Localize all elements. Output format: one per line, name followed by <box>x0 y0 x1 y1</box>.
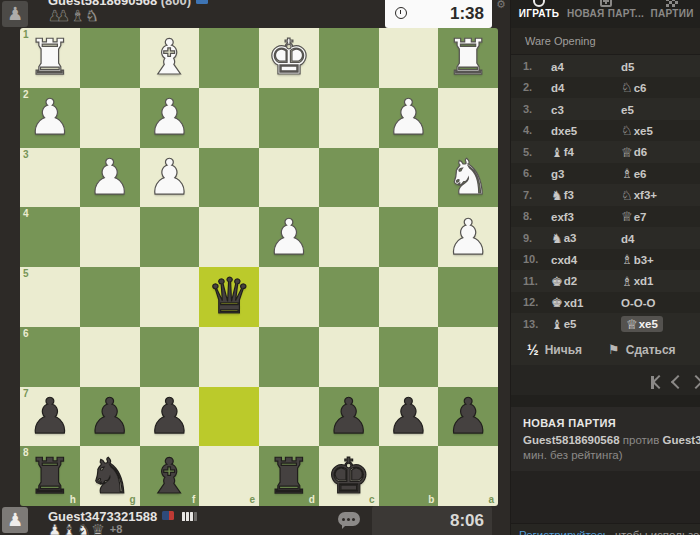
black-queen-e5[interactable]: ♛ <box>199 267 259 327</box>
move-10-black[interactable]: ♗b3+ <box>621 253 654 266</box>
move-text: c6 <box>634 82 647 94</box>
black-pawn-c7[interactable]: ♟ <box>319 387 379 447</box>
games-grid-icon <box>666 0 678 5</box>
square-f7[interactable]: ♟ <box>140 387 200 447</box>
square-b2[interactable]: ♟ <box>379 88 439 148</box>
move-text: a4 <box>551 61 564 73</box>
square-a8[interactable]: a <box>438 446 498 506</box>
square-g7[interactable]: ♟ <box>80 387 140 447</box>
move-text: exf3 <box>551 211 574 223</box>
move-text: cxd4 <box>551 254 577 266</box>
game-actions: ½ Ничья ⚑ Сдаться <box>511 335 700 365</box>
move-row-10: 10.cxd4♗b3+ <box>511 249 700 271</box>
draw-button[interactable]: ½ Ничья <box>527 342 582 358</box>
move-row-5: 5.♝f4♕d6 <box>511 141 700 163</box>
white-pawn-h2[interactable]: ♟ <box>20 88 80 148</box>
move-number: 5. <box>523 146 551 158</box>
square-d1[interactable]: ♚ <box>259 28 319 88</box>
move-1-black[interactable]: d5 <box>621 61 634 73</box>
white-bishop-icon: ♝ <box>551 146 563 159</box>
rank-label-3: 3 <box>23 149 29 160</box>
move-row-2: 2.d4♘c6 <box>511 77 700 99</box>
move-text: d2 <box>564 275 577 287</box>
black-pawn-a7[interactable]: ♟ <box>438 387 498 447</box>
move-9-black[interactable]: d4 <box>621 233 634 245</box>
square-e7[interactable] <box>199 387 259 447</box>
resign-button[interactable]: ⚑ Сдаться <box>608 342 676 357</box>
move-10-white[interactable]: cxd4 <box>551 254 577 266</box>
square-b5[interactable] <box>379 267 439 327</box>
square-a4[interactable]: ♟ <box>438 207 498 267</box>
white-pawn-g3[interactable]: ♟ <box>80 148 140 208</box>
move-text: xd1 <box>634 275 654 287</box>
black-queen-icon: ♕ <box>621 210 633 223</box>
square-a7[interactable]: ♟ <box>438 387 498 447</box>
move-11-white[interactable]: ♚d2 <box>551 275 577 288</box>
chat-signup-row: Регистрируйтесь , чтобы использовать чат <box>511 523 700 535</box>
move-6-black[interactable]: ♗e6 <box>621 167 646 180</box>
white-pawn-a4[interactable]: ♟ <box>438 207 498 267</box>
move-6-white[interactable]: g3 <box>551 168 564 180</box>
white-pawn-f3[interactable]: ♟ <box>140 148 200 208</box>
white-king-icon: ♚ <box>551 296 563 309</box>
black-bishop-f8[interactable]: ♝ <box>140 446 200 506</box>
square-b1[interactable] <box>379 28 439 88</box>
divider <box>511 395 700 407</box>
move-text: d4 <box>621 233 634 245</box>
move-number: 7. <box>523 189 551 201</box>
square-e2[interactable] <box>199 88 259 148</box>
signal-bars-icon <box>182 509 198 524</box>
move-7-white[interactable]: ♞f3 <box>551 189 574 202</box>
new-game-plus-icon <box>600 0 612 5</box>
square-c7[interactable]: ♟ <box>319 387 379 447</box>
draw-half-icon: ½ <box>527 342 539 358</box>
tab-play[interactable]: ИГРАТЬ <box>511 0 567 28</box>
white-rook-h1[interactable]: ♜ <box>20 28 80 88</box>
captured-by-black: ♟♝♞♛+8 <box>48 523 122 535</box>
captured-pawn-icon: ♟ <box>56 7 69 25</box>
square-e3[interactable] <box>199 148 259 208</box>
captured-by-white: ♟♟♝♞ <box>48 9 100 24</box>
square-b4[interactable] <box>379 207 439 267</box>
move-number: 13. <box>523 318 551 330</box>
move-text: dxe5 <box>551 125 577 137</box>
square-h1[interactable]: 1♜ <box>20 28 80 88</box>
black-clock: 8:06 <box>372 506 492 535</box>
move-text: xd1 <box>564 297 584 309</box>
register-link[interactable]: Регистрируйтесь <box>519 529 609 535</box>
move-navigation <box>511 365 700 395</box>
move-13-white[interactable]: ♝e5 <box>551 318 576 331</box>
black-pawn-g7[interactable]: ♟ <box>80 387 140 447</box>
white-knight-icon: ♞ <box>551 232 563 245</box>
move-7-black[interactable]: ♘xf3+ <box>621 189 657 202</box>
move-13-black[interactable]: ♕xe5 <box>621 316 663 332</box>
move-3-black[interactable]: e5 <box>621 104 634 116</box>
white-rook-a1[interactable]: ♜ <box>438 28 498 88</box>
opponent-avatar[interactable]: ♟ <box>2 1 28 27</box>
square-g4[interactable] <box>80 207 140 267</box>
black-rook-h8[interactable]: ♜ <box>20 446 80 506</box>
white-king-d1[interactable]: ♚ <box>259 28 319 88</box>
move-row-9: 9.♞a3d4 <box>511 227 700 249</box>
move-text: O-O-O <box>621 297 656 309</box>
move-text: xe5 <box>634 125 653 137</box>
white-knight-a3[interactable]: ♞ <box>438 148 498 208</box>
square-b3[interactable] <box>379 148 439 208</box>
chess-game-page: { "game": "chess", "position": "2kr1bnr/… <box>0 0 700 535</box>
white-pawn-b2[interactable]: ♟ <box>379 88 439 148</box>
move-text: e6 <box>634 168 647 180</box>
move-5-black[interactable]: ♕d6 <box>621 146 647 159</box>
move-row-4: 4.dxe5♘xe5 <box>511 120 700 142</box>
move-number: 3. <box>523 103 551 115</box>
move-5-white[interactable]: ♝f4 <box>551 146 574 159</box>
square-d7[interactable] <box>259 387 319 447</box>
move-9-white[interactable]: ♞a3 <box>551 232 576 245</box>
white-bishop-f1[interactable]: ♝ <box>140 28 200 88</box>
square-e1[interactable] <box>199 28 259 88</box>
black-pawn-h7[interactable]: ♟ <box>20 387 80 447</box>
move-row-13: 13.♝e5♕xe5 <box>511 313 700 335</box>
square-a1[interactable]: ♜ <box>438 28 498 88</box>
square-g3[interactable]: ♟ <box>80 148 140 208</box>
move-8-black[interactable]: ♕e7 <box>621 210 646 223</box>
move-text: b3+ <box>634 254 654 266</box>
chat-bubble-icon[interactable] <box>338 512 360 526</box>
move-text: xe5 <box>639 318 658 330</box>
resign-flag-icon: ⚑ <box>608 342 620 357</box>
square-h4[interactable]: 4 <box>20 207 80 267</box>
square-d2[interactable] <box>259 88 319 148</box>
move-text: d4 <box>551 82 564 94</box>
new-game-time-control: мин. без рейтинга) <box>523 449 700 461</box>
move-row-6: 6.g3♗e6 <box>511 163 700 185</box>
square-f8[interactable]: f♝ <box>140 446 200 506</box>
move-text: xf3+ <box>634 189 657 201</box>
file-label-a: a <box>488 494 494 505</box>
player-bar: ♟ Guest3473321588 ♟♝♞♛+8 8:06 <box>0 506 510 535</box>
rank-label-4: 4 <box>23 208 29 219</box>
square-h8[interactable]: 8h♜ <box>20 446 80 506</box>
clock-icon <box>395 7 407 19</box>
square-c8[interactable]: c♚ <box>319 446 379 506</box>
captured-knight-icon: ♞ <box>85 7 98 25</box>
rank-label-6: 6 <box>23 328 29 339</box>
opponent-player-bar: ♟ Guest5818690568 (800) ♟♟♝♞ 1:38 ⚙ <box>0 0 510 28</box>
move-row-3: 3.c3e5 <box>511 98 700 120</box>
square-f6[interactable] <box>140 327 200 387</box>
black-knight-g8[interactable]: ♞ <box>80 446 140 506</box>
square-c2[interactable] <box>319 88 379 148</box>
square-a3[interactable]: ♞ <box>438 148 498 208</box>
square-g2[interactable] <box>80 88 140 148</box>
captured-knight-icon: ♞ <box>77 521 90 535</box>
move-number: 11. <box>523 275 551 287</box>
square-h5[interactable]: 5 <box>20 267 80 327</box>
move-text: e5 <box>564 318 577 330</box>
settings-gear-icon[interactable]: ⚙ <box>496 0 506 11</box>
black-knight-icon: ♘ <box>621 81 633 94</box>
square-f1[interactable]: ♝ <box>140 28 200 88</box>
move-number: 9. <box>523 232 551 244</box>
chat-signup-text: , чтобы использовать чат <box>609 529 700 535</box>
black-queen-icon: ♕ <box>621 146 633 159</box>
move-number: 2. <box>523 81 551 93</box>
move-number: 10. <box>523 253 551 265</box>
square-e4[interactable] <box>199 207 259 267</box>
black-bishop-icon: ♗ <box>621 253 633 266</box>
move-row-12: 12.♚xd1O-O-O <box>511 292 700 314</box>
square-c1[interactable] <box>319 28 379 88</box>
chat-area <box>511 471 700 523</box>
white-clock: 1:38 <box>385 0 492 28</box>
captured-bishop-icon: ♝ <box>62 521 75 535</box>
square-e8[interactable]: e <box>199 446 259 506</box>
square-b7[interactable]: ♟ <box>379 387 439 447</box>
move-number: 1. <box>523 60 551 72</box>
black-pawn-f7[interactable]: ♟ <box>140 387 200 447</box>
square-d4[interactable]: ♟ <box>259 207 319 267</box>
move-text: e5 <box>621 104 634 116</box>
square-c6[interactable] <box>319 327 379 387</box>
clock-icon <box>533 0 545 5</box>
move-number: 6. <box>523 167 551 179</box>
move-1-white[interactable]: a4 <box>551 61 564 73</box>
move-text: e7 <box>634 211 647 223</box>
black-knight-icon: ♘ <box>621 124 633 137</box>
new-game-heading: НОВАЯ ПАРТИЯ <box>523 417 700 429</box>
move-11-black[interactable]: ♗xd1 <box>621 275 653 288</box>
square-f3[interactable]: ♟ <box>140 148 200 208</box>
move-number: 8. <box>523 210 551 222</box>
square-f4[interactable] <box>140 207 200 267</box>
player-flag-icon <box>162 511 174 520</box>
file-label-e: e <box>249 494 255 505</box>
move-12-black[interactable]: O-O-O <box>621 297 656 309</box>
move-2-white[interactable]: d4 <box>551 82 564 94</box>
rank-label-5: 5 <box>23 268 29 279</box>
white-bishop-icon: ♝ <box>551 318 563 331</box>
square-g8[interactable]: g♞ <box>80 446 140 506</box>
square-c3[interactable] <box>319 148 379 208</box>
black-queen-icon: ♕ <box>626 318 638 331</box>
opponent-flag-icon <box>196 0 208 4</box>
sidebar-tabs: ИГРАТЬ НОВАЯ ПАРТ... ПАРТИИ <box>511 0 700 28</box>
square-e6[interactable] <box>199 327 259 387</box>
square-g6[interactable] <box>80 327 140 387</box>
square-a6[interactable] <box>438 327 498 387</box>
move-text: f4 <box>564 146 574 158</box>
move-text: c3 <box>551 104 564 116</box>
captured-queen-icon: ♛ <box>91 521 104 535</box>
new-game-players: Guest5818690568 против Guest3473321 <box>523 434 700 446</box>
square-b6[interactable] <box>379 327 439 387</box>
tab-games[interactable]: ПАРТИИ <box>644 0 700 28</box>
white-knight-icon: ♞ <box>551 189 563 202</box>
move-text: f3 <box>564 189 574 201</box>
move-text: a3 <box>564 232 577 244</box>
square-f5[interactable] <box>140 267 200 327</box>
white-king-icon: ♚ <box>551 275 563 288</box>
move-text: d5 <box>621 61 634 73</box>
square-c5[interactable] <box>319 267 379 327</box>
opponent-rating: (800) <box>161 0 191 8</box>
black-pawn-b7[interactable]: ♟ <box>379 387 439 447</box>
square-f2[interactable]: ♟ <box>140 88 200 148</box>
material-advantage: +8 <box>110 523 123 535</box>
opening-name: Ware Opening <box>511 28 700 55</box>
move-row-8: 8.exf3♕e7 <box>511 206 700 228</box>
move-text: g3 <box>551 168 564 180</box>
move-text: d6 <box>634 146 647 158</box>
square-e5[interactable]: ♛ <box>199 267 259 327</box>
move-row-7: 7.♞f3♘xf3+ <box>511 184 700 206</box>
move-number: 12. <box>523 296 551 308</box>
move-12-white[interactable]: ♚xd1 <box>551 296 583 309</box>
square-h2[interactable]: 2♟ <box>20 88 80 148</box>
move-3-white[interactable]: c3 <box>551 104 564 116</box>
square-h7[interactable]: 7♟ <box>20 387 80 447</box>
player-avatar[interactable]: ♟ <box>2 507 28 533</box>
move-number: 4. <box>523 124 551 136</box>
sidebar: ИГРАТЬ НОВАЯ ПАРТ... ПАРТИИ Ware Opening… <box>510 0 700 535</box>
move-4-black[interactable]: ♘xe5 <box>621 124 653 137</box>
forward-icon[interactable] <box>691 373 700 387</box>
square-d6[interactable] <box>259 327 319 387</box>
game-area: ♟ Guest5818690568 (800) ♟♟♝♞ 1:38 ⚙ 1♜♝♚… <box>0 0 510 535</box>
square-g5[interactable] <box>80 267 140 327</box>
move-4-white[interactable]: dxe5 <box>551 125 577 137</box>
square-d8[interactable]: d♜ <box>259 446 319 506</box>
back-icon[interactable] <box>673 373 683 387</box>
new-game-panel: НОВАЯ ПАРТИЯ Guest5818690568 против Gues… <box>511 407 700 471</box>
square-d5[interactable] <box>259 267 319 327</box>
square-b8[interactable]: b <box>379 446 439 506</box>
square-a5[interactable] <box>438 267 498 327</box>
captured-bishop-icon: ♝ <box>71 7 84 25</box>
square-h6[interactable]: 6 <box>20 327 80 387</box>
black-bishop-icon: ♗ <box>621 275 633 288</box>
chess-board[interactable]: 1♜♝♚♜2♟♟♟3♟♟♞4♟♟5♛67♟♟♟♟♟♟8h♜g♞f♝ed♜c♚ba <box>20 28 498 506</box>
black-bishop-icon: ♗ <box>621 167 633 180</box>
square-g1[interactable] <box>80 28 140 88</box>
black-rook-d8[interactable]: ♜ <box>259 446 319 506</box>
captured-pawn-icon: ♟ <box>48 521 61 535</box>
square-c4[interactable] <box>319 207 379 267</box>
square-h3[interactable]: 3 <box>20 148 80 208</box>
black-king-c8[interactable]: ♚ <box>319 446 379 506</box>
file-label-b: b <box>428 494 434 505</box>
move-2-black[interactable]: ♘c6 <box>621 81 646 94</box>
move-row-1: 1.a4d5 <box>511 55 700 77</box>
move-row-11: 11.♚d2♗xd1 <box>511 270 700 292</box>
square-a2[interactable] <box>438 88 498 148</box>
square-d3[interactable] <box>259 148 319 208</box>
white-pawn-f2[interactable]: ♟ <box>140 88 200 148</box>
go-start-icon[interactable] <box>651 373 664 387</box>
black-knight-icon: ♘ <box>621 189 633 202</box>
white-pawn-d4[interactable]: ♟ <box>259 207 319 267</box>
move-8-white[interactable]: exf3 <box>551 211 574 223</box>
move-list: 1.a4d52.d4♘c63.c3e54.dxe5♘xe55.♝f4♕d66.g… <box>511 55 700 335</box>
tab-new-game[interactable]: НОВАЯ ПАРТ... <box>567 0 644 28</box>
